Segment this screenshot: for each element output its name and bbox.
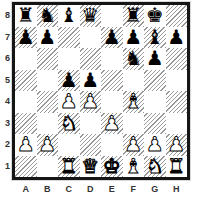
white-pawn-icon: ♟ — [124, 134, 142, 156]
square-g6[interactable]: ♟ — [144, 48, 166, 70]
file-label-f: F — [123, 184, 145, 194]
white-knight-icon: ♞ — [60, 113, 78, 135]
square-c4[interactable]: ♟ — [58, 91, 80, 113]
file-label-h: H — [166, 184, 188, 194]
black-knight-icon: ♞ — [124, 48, 142, 70]
square-f7[interactable]: ♟ — [123, 27, 145, 49]
rank-label-8: 8 — [0, 5, 11, 27]
white-pawn-icon: ♟ — [103, 113, 121, 135]
square-g8[interactable]: ♚ — [144, 5, 166, 27]
square-c6[interactable] — [58, 48, 80, 70]
square-g5[interactable] — [144, 70, 166, 92]
square-b4[interactable] — [37, 91, 59, 113]
white-bishop-icon: ♝ — [124, 91, 142, 113]
square-a8[interactable]: ♜ — [15, 5, 37, 27]
rank-label-4: 4 — [0, 91, 11, 113]
square-e6[interactable] — [101, 48, 123, 70]
square-e2[interactable] — [101, 134, 123, 156]
rank-label-5: 5 — [0, 70, 11, 92]
white-pawn-icon: ♟ — [81, 91, 99, 113]
square-a5[interactable] — [15, 70, 37, 92]
square-a6[interactable] — [15, 48, 37, 70]
white-rook-icon: ♜ — [60, 156, 78, 178]
square-d3[interactable] — [80, 113, 102, 135]
square-f8[interactable]: ♜ — [123, 5, 145, 27]
white-pawn-icon: ♟ — [146, 134, 164, 156]
square-h5[interactable] — [166, 70, 188, 92]
square-h3[interactable] — [166, 113, 188, 135]
square-g1[interactable]: ♞ — [144, 156, 166, 178]
white-pawn-icon: ♟ — [60, 91, 78, 113]
square-h8[interactable] — [166, 5, 188, 27]
black-pawn-icon: ♟ — [167, 27, 185, 49]
square-c1[interactable]: ♜ — [58, 156, 80, 178]
square-e1[interactable]: ♚ — [101, 156, 123, 178]
file-labels: ABCDEFGH — [15, 184, 187, 194]
square-f5[interactable] — [123, 70, 145, 92]
square-h1[interactable]: ♜ — [166, 156, 188, 178]
square-h7[interactable]: ♟ — [166, 27, 188, 49]
square-g3[interactable] — [144, 113, 166, 135]
square-f1[interactable]: ♝ — [123, 156, 145, 178]
white-pawn-icon: ♟ — [38, 134, 56, 156]
square-b3[interactable] — [37, 113, 59, 135]
square-b7[interactable]: ♟ — [37, 27, 59, 49]
black-bishop-icon: ♝ — [146, 27, 164, 49]
square-e5[interactable] — [101, 70, 123, 92]
square-e3[interactable]: ♟ — [101, 113, 123, 135]
white-pawn-icon: ♟ — [17, 134, 35, 156]
square-a2[interactable]: ♟ — [15, 134, 37, 156]
square-g7[interactable]: ♝ — [144, 27, 166, 49]
white-pawn-icon: ♟ — [167, 134, 185, 156]
white-bishop-icon: ♝ — [124, 156, 142, 178]
file-label-e: E — [101, 184, 123, 194]
black-knight-icon: ♞ — [38, 5, 56, 27]
chess-diagram: 87654321 ♜♞♝♛♜♚♟♟♟♟♝♟♞♟♟♟♟♟♝♞♟♟♟♟♟♟♜♛♚♝♞… — [0, 0, 197, 200]
black-pawn-icon: ♟ — [38, 27, 56, 49]
white-knight-icon: ♞ — [146, 156, 164, 178]
black-rook-icon: ♜ — [17, 5, 35, 27]
black-pawn-icon: ♟ — [60, 70, 78, 92]
black-queen-icon: ♛ — [81, 5, 99, 27]
square-a4[interactable] — [15, 91, 37, 113]
square-c8[interactable]: ♝ — [58, 5, 80, 27]
square-h4[interactable] — [166, 91, 188, 113]
black-rook-icon: ♜ — [124, 5, 142, 27]
rank-label-7: 7 — [0, 27, 11, 49]
square-d2[interactable] — [80, 134, 102, 156]
square-f4[interactable]: ♝ — [123, 91, 145, 113]
black-pawn-icon: ♟ — [103, 27, 121, 49]
chess-board: ♜♞♝♛♜♚♟♟♟♟♝♟♞♟♟♟♟♟♝♞♟♟♟♟♟♟♜♛♚♝♞♜ — [12, 2, 190, 180]
square-g2[interactable]: ♟ — [144, 134, 166, 156]
square-b5[interactable] — [37, 70, 59, 92]
square-c5[interactable]: ♟ — [58, 70, 80, 92]
file-label-c: C — [58, 184, 80, 194]
square-f3[interactable] — [123, 113, 145, 135]
square-b8[interactable]: ♞ — [37, 5, 59, 27]
square-d1[interactable]: ♛ — [80, 156, 102, 178]
square-d8[interactable]: ♛ — [80, 5, 102, 27]
rank-label-2: 2 — [0, 134, 11, 156]
white-rook-icon: ♜ — [167, 156, 185, 178]
file-label-d: D — [80, 184, 102, 194]
file-label-g: G — [144, 184, 166, 194]
rank-labels: 87654321 — [0, 5, 11, 177]
square-d7[interactable] — [80, 27, 102, 49]
square-c7[interactable] — [58, 27, 80, 49]
square-b1[interactable] — [37, 156, 59, 178]
file-label-a: A — [15, 184, 37, 194]
white-queen-icon: ♛ — [81, 156, 99, 178]
black-pawn-icon: ♟ — [146, 48, 164, 70]
black-king-icon: ♚ — [146, 5, 164, 27]
square-d6[interactable] — [80, 48, 102, 70]
square-e8[interactable] — [101, 5, 123, 27]
rank-label-6: 6 — [0, 48, 11, 70]
square-a7[interactable]: ♟ — [15, 27, 37, 49]
square-a3[interactable] — [15, 113, 37, 135]
square-d4[interactable]: ♟ — [80, 91, 102, 113]
square-c2[interactable] — [58, 134, 80, 156]
square-b6[interactable] — [37, 48, 59, 70]
square-e4[interactable] — [101, 91, 123, 113]
black-pawn-icon: ♟ — [124, 27, 142, 49]
file-label-b: B — [37, 184, 59, 194]
square-c3[interactable]: ♞ — [58, 113, 80, 135]
square-b2[interactable]: ♟ — [37, 134, 59, 156]
rank-label-3: 3 — [0, 113, 11, 135]
white-king-icon: ♚ — [103, 156, 121, 178]
square-d5[interactable]: ♟ — [80, 70, 102, 92]
square-f2[interactable]: ♟ — [123, 134, 145, 156]
black-pawn-icon: ♟ — [17, 27, 35, 49]
square-g4[interactable] — [144, 91, 166, 113]
square-f6[interactable]: ♞ — [123, 48, 145, 70]
square-h6[interactable] — [166, 48, 188, 70]
square-h2[interactable]: ♟ — [166, 134, 188, 156]
square-e7[interactable]: ♟ — [101, 27, 123, 49]
black-bishop-icon: ♝ — [60, 5, 78, 27]
rank-label-1: 1 — [0, 156, 11, 178]
square-a1[interactable] — [15, 156, 37, 178]
black-pawn-icon: ♟ — [81, 70, 99, 92]
